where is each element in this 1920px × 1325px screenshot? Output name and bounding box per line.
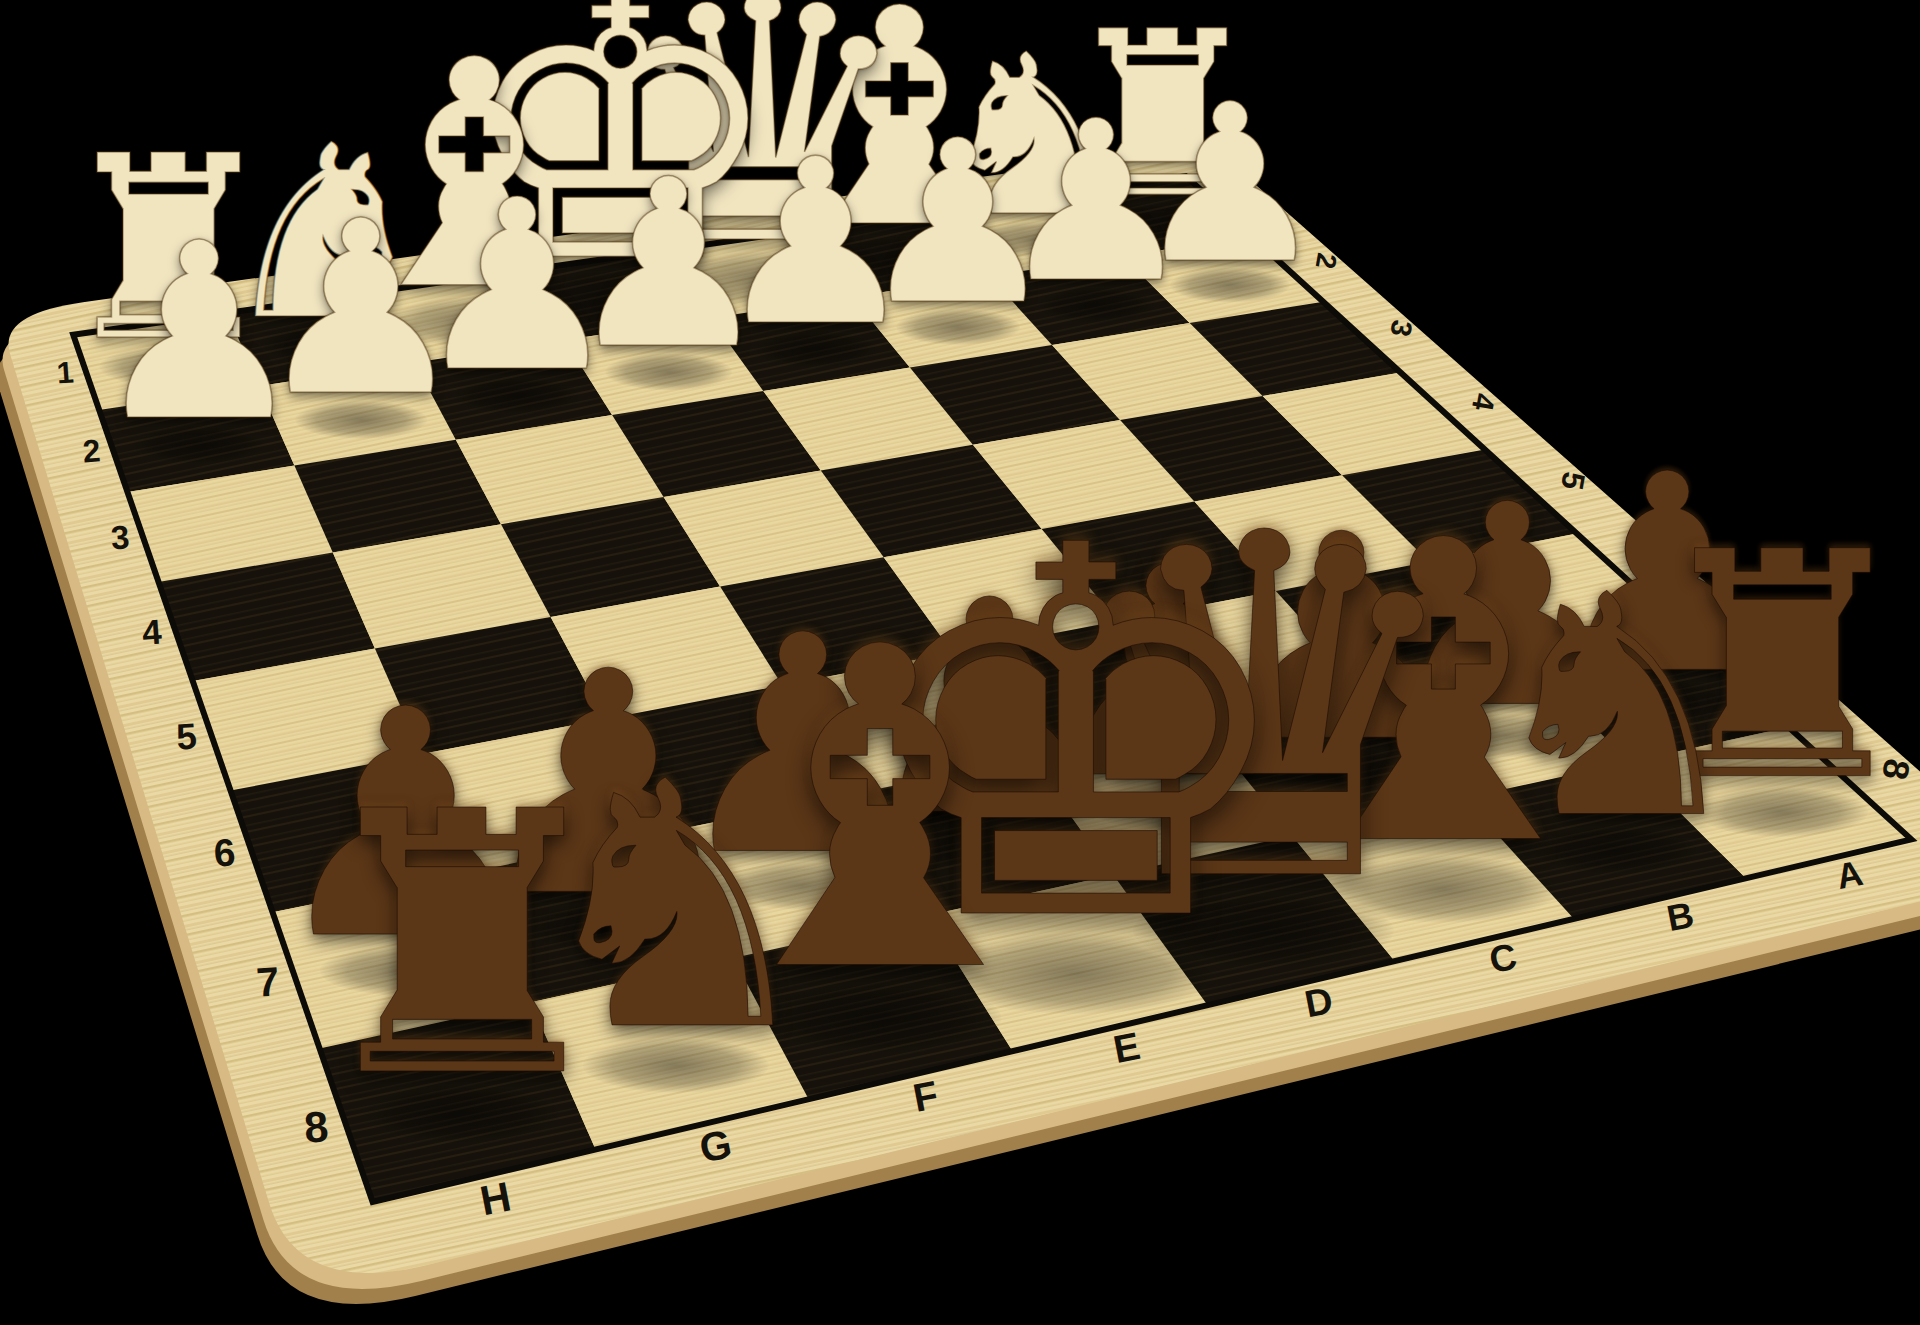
chess-photo-scene: 12345678HGFEDCBA2345678 ♜♞♝♛♟♚♟♝♟♞♟♜♟♟♟♟… bbox=[0, 0, 1920, 1325]
piece-black-rook-h8[interactable]: ♜ bbox=[300, 766, 624, 1127]
piece-white-pawn-h2[interactable]: ♟ bbox=[90, 211, 308, 455]
pieces-layer: ♜♞♝♛♟♚♟♝♟♞♟♜♟♟♟♟♟♟♟♟♜♟♞♟♝♟♛♟♚♝♞♜ bbox=[0, 0, 1920, 1325]
